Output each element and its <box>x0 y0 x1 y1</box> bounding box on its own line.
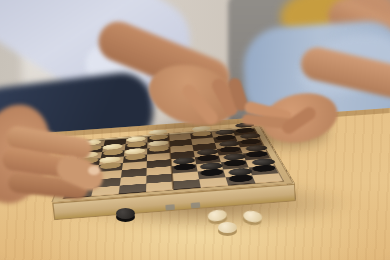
checker-top <box>218 222 237 233</box>
hinge-icon <box>165 204 175 210</box>
thumbnail <box>88 166 100 175</box>
checker-side <box>222 159 246 167</box>
dark-checker-r3c6[interactable] <box>218 140 241 147</box>
square-r7c5[interactable] <box>199 177 228 187</box>
checker-side <box>244 150 268 157</box>
captured-light-checker[interactable] <box>218 222 237 236</box>
dark-checker-r5c6[interactable] <box>222 153 246 161</box>
light-checker-r4c1[interactable] <box>98 156 121 164</box>
square-r5c4[interactable] <box>171 164 197 173</box>
photo-scene <box>0 0 390 260</box>
dark-checker-r4c5[interactable] <box>196 148 219 155</box>
light-checker-r0c3[interactable] <box>148 129 167 135</box>
hinge-icon <box>191 202 201 208</box>
checker-top <box>116 208 135 219</box>
light-checker-r2c1[interactable] <box>101 143 122 150</box>
checker-side <box>239 138 262 145</box>
square-r6c3[interactable] <box>146 174 172 184</box>
square-r7c7[interactable] <box>252 173 283 183</box>
checker-side <box>196 154 219 162</box>
captured-light-checker[interactable] <box>242 209 263 226</box>
dark-checker-r5c4[interactable] <box>172 157 195 165</box>
light-checker-r1c2[interactable] <box>126 136 146 142</box>
checker-side <box>99 162 122 170</box>
captured-dark-checker[interactable] <box>116 208 135 222</box>
light-checker-r2c3[interactable] <box>148 140 168 147</box>
checker-side <box>102 149 123 156</box>
checker-side <box>173 163 196 171</box>
checker-side <box>124 153 145 160</box>
checker-side <box>148 145 168 152</box>
square-r7c2[interactable] <box>119 184 147 195</box>
square-r7c4[interactable] <box>173 179 201 190</box>
checker-side <box>191 131 211 137</box>
square-r7c6[interactable] <box>226 175 256 185</box>
checker-side <box>218 146 241 153</box>
dark-checker-r6c5[interactable] <box>199 162 224 170</box>
light-checker-r0c5[interactable] <box>191 126 211 132</box>
dark-checker-r6c7[interactable] <box>250 158 276 166</box>
light-checker-r3c2[interactable] <box>124 148 145 155</box>
dark-checker-r7c6[interactable] <box>227 167 253 176</box>
dark-checker-r4c7[interactable] <box>244 144 268 151</box>
